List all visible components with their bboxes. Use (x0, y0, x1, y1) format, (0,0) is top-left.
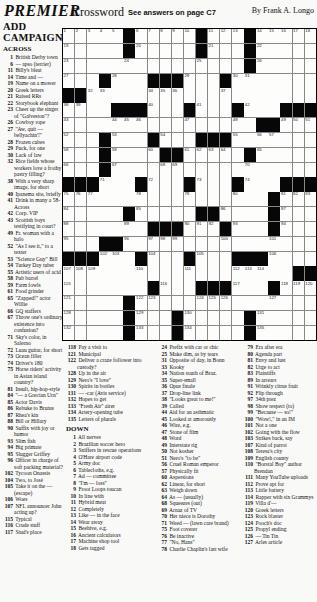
grid-cell-r5c9[interactable]: 35 (160, 88, 171, 102)
grid-cell-r9c21[interactable] (305, 148, 316, 162)
grid-cell-r14c11[interactable]: 90 (184, 222, 195, 236)
grid-cell-r1c21[interactable]: 18 (305, 29, 316, 43)
grid-cell-r15c18[interactable]: 101 (268, 237, 279, 251)
grid-cell-r6c18[interactable] (268, 103, 279, 117)
grid-cell-r20c7[interactable]: 129 (135, 311, 146, 325)
grid-cell-r7c4[interactable] (99, 118, 110, 132)
grid-cell-r15c17[interactable] (256, 237, 267, 251)
grid-cell-r14c17[interactable] (256, 222, 267, 236)
grid-cell-r19c3[interactable] (87, 296, 98, 310)
grid-cell-r3c9[interactable] (160, 59, 171, 73)
grid-cell-r7c21[interactable]: 51 (305, 118, 316, 132)
grid-cell-r12c12[interactable] (196, 192, 207, 206)
grid-cell-r15c19[interactable] (280, 237, 291, 251)
grid-cell-r19c15[interactable] (232, 296, 243, 310)
grid-cell-r12c11[interactable]: 79 (184, 192, 195, 206)
grid-cell-r7c14[interactable] (220, 118, 231, 132)
grid-cell-r17c8[interactable] (148, 266, 159, 280)
grid-cell-r2c1[interactable]: 19 (63, 44, 74, 58)
grid-cell-r14c12[interactable]: 91 (196, 222, 207, 236)
grid-cell-r21c9[interactable] (160, 326, 171, 340)
grid-cell-r20c21[interactable] (305, 311, 316, 325)
grid-cell-r10c12[interactable] (196, 163, 207, 177)
grid-cell-r20c12[interactable] (196, 311, 207, 325)
grid-cell-r3c15[interactable] (232, 59, 243, 73)
grid-cell-r9c6[interactable] (123, 148, 134, 162)
grid-cell-r12c10[interactable] (172, 192, 183, 206)
grid-cell-r2c4[interactable] (99, 44, 110, 58)
grid-cell-r15c15[interactable] (232, 237, 243, 251)
grid-cell-r2c21[interactable] (305, 44, 316, 58)
grid-cell-r4c1[interactable]: 27 (63, 74, 74, 88)
grid-cell-r14c19[interactable]: 94 (280, 222, 291, 236)
grid-cell-r10c9[interactable]: 68 (160, 163, 171, 177)
grid-cell-r20c17[interactable]: 131 (256, 311, 267, 325)
grid-cell-r10c20[interactable] (293, 163, 304, 177)
grid-cell-r13c5[interactable] (111, 207, 122, 221)
grid-cell-r21c12[interactable] (196, 326, 207, 340)
grid-cell-r18c21[interactable]: 120 (305, 281, 316, 295)
grid-cell-r10c8[interactable] (148, 163, 159, 177)
grid-cell-r21c19[interactable] (280, 326, 291, 340)
grid-cell-r7c19[interactable]: 49 (280, 118, 291, 132)
grid-cell-r21c17[interactable]: 135 (256, 326, 267, 340)
grid-cell-r9c1[interactable]: 58 (63, 148, 74, 162)
grid-cell-r12c3[interactable]: 77 (87, 192, 98, 206)
grid-cell-r19c1[interactable]: 121 (63, 296, 74, 310)
grid-cell-r21c11[interactable]: 134 (184, 326, 195, 340)
grid-cell-r13c11[interactable] (184, 207, 195, 221)
grid-cell-r13c14[interactable]: 86 (220, 207, 231, 221)
grid-cell-r10c7[interactable] (135, 163, 146, 177)
grid-cell-r1c8[interactable]: 7 (148, 29, 159, 43)
grid-cell-r12c17[interactable] (256, 192, 267, 206)
grid-cell-r20c19[interactable] (280, 311, 291, 325)
grid-cell-r20c9[interactable] (160, 311, 171, 325)
grid-cell-r4c13[interactable] (208, 74, 219, 88)
grid-cell-r8c11[interactable] (184, 133, 195, 147)
grid-cell-r17c17[interactable]: 114 (256, 266, 267, 280)
grid-cell-r18c4[interactable] (99, 281, 110, 295)
grid-cell-r17c5[interactable] (111, 266, 122, 280)
grid-cell-r17c16[interactable]: 113 (244, 266, 255, 280)
grid-cell-r4c6[interactable] (123, 74, 134, 88)
grid-cell-r8c20[interactable] (293, 133, 304, 147)
grid-cell-r6c10[interactable] (172, 103, 183, 117)
grid-cell-r13c8[interactable] (148, 207, 159, 221)
grid-cell-r17c18[interactable] (268, 266, 279, 280)
grid-cell-r11c16[interactable]: 74 (244, 177, 255, 191)
grid-cell-r7c9[interactable] (160, 118, 171, 132)
grid-cell-r14c7[interactable] (135, 222, 146, 236)
grid-cell-r13c2[interactable] (75, 207, 86, 221)
grid-cell-r16c6[interactable] (123, 252, 134, 266)
grid-cell-r11c14[interactable] (220, 177, 231, 191)
grid-cell-r3c19[interactable] (280, 59, 291, 73)
grid-cell-r4c3[interactable] (87, 74, 98, 88)
grid-cell-r9c2[interactable] (75, 148, 86, 162)
grid-cell-r13c10[interactable] (172, 207, 183, 221)
grid-cell-r19c4[interactable] (99, 296, 110, 310)
grid-cell-r17c6[interactable] (123, 266, 134, 280)
grid-cell-r2c7[interactable]: 20 (135, 44, 146, 58)
grid-cell-r2c20[interactable] (293, 44, 304, 58)
grid-cell-r18c16[interactable] (244, 281, 255, 295)
grid-cell-r9c5[interactable]: 59 (111, 148, 122, 162)
grid-cell-r11c6[interactable] (123, 177, 134, 191)
grid-cell-r13c9[interactable] (160, 207, 171, 221)
grid-cell-r4c5[interactable]: 28 (111, 74, 122, 88)
grid-cell-r4c21[interactable] (305, 74, 316, 88)
grid-cell-r10c16[interactable]: 70 (244, 163, 255, 177)
grid-cell-r4c12[interactable] (196, 74, 207, 88)
grid-cell-r17c7[interactable]: 110 (135, 266, 146, 280)
grid-cell-r10c10[interactable]: 69 (172, 163, 183, 177)
grid-cell-r5c16[interactable] (244, 88, 255, 102)
grid-cell-r7c5[interactable]: 44 (111, 118, 122, 132)
grid-cell-r21c14[interactable] (220, 326, 231, 340)
grid-cell-r17c12[interactable] (196, 266, 207, 280)
grid-cell-r9c20[interactable] (293, 148, 304, 162)
grid-cell-r13c19[interactable]: 87 (280, 207, 291, 221)
grid-cell-r20c18[interactable] (268, 311, 279, 325)
grid-cell-r20c8[interactable] (148, 311, 159, 325)
grid-cell-r10c13[interactable] (208, 163, 219, 177)
grid-cell-r5c10[interactable]: 36 (172, 88, 183, 102)
grid-cell-r6c8[interactable]: 40 (148, 103, 159, 117)
grid-cell-r3c17[interactable]: 26 (256, 59, 267, 73)
grid-cell-r1c18[interactable]: 15 (268, 29, 279, 43)
grid-cell-r19c8[interactable]: 123 (148, 296, 159, 310)
grid-cell-r20c2[interactable] (75, 311, 86, 325)
grid-cell-r5c8[interactable]: 34 (148, 88, 159, 102)
grid-cell-r9c8[interactable]: 60 (148, 148, 159, 162)
grid-cell-r7c3[interactable] (87, 118, 98, 132)
grid-cell-r8c18[interactable]: 57 (268, 133, 279, 147)
grid-cell-r1c5[interactable]: 5 (111, 29, 122, 43)
grid-cell-r6c13[interactable] (208, 103, 219, 117)
grid-cell-r7c6[interactable]: 45 (123, 118, 134, 132)
grid-cell-r8c10[interactable] (172, 133, 183, 147)
grid-cell-r4c17[interactable] (256, 74, 267, 88)
grid-cell-r8c16[interactable] (244, 133, 255, 147)
grid-cell-r21c15[interactable] (232, 326, 243, 340)
grid-cell-r10c21[interactable] (305, 163, 316, 177)
grid-cell-r6c3[interactable] (87, 103, 98, 117)
grid-cell-r18c6[interactable] (123, 281, 134, 295)
grid-cell-r15c11[interactable] (184, 237, 195, 251)
grid-cell-r15c10[interactable]: 99 (172, 237, 183, 251)
grid-cell-r21c13[interactable] (208, 326, 219, 340)
grid-cell-r16c10[interactable] (172, 252, 183, 266)
grid-cell-r7c8[interactable] (148, 118, 159, 132)
grid-cell-r17c9[interactable] (160, 266, 171, 280)
grid-cell-r5c7[interactable] (135, 88, 146, 102)
grid-cell-r19c18[interactable]: 127 (268, 296, 279, 310)
grid-cell-r21c8[interactable] (148, 326, 159, 340)
grid-cell-r2c9[interactable] (160, 44, 171, 58)
grid-cell-r11c9[interactable] (160, 177, 171, 191)
grid-cell-r6c4[interactable] (99, 103, 110, 117)
grid-cell-r14c4[interactable] (99, 222, 110, 236)
grid-cell-r19c13[interactable]: 125 (208, 296, 219, 310)
grid-cell-r10c19[interactable] (280, 163, 291, 177)
grid-cell-r5c15[interactable] (232, 88, 243, 102)
grid-cell-r12c7[interactable]: 78 (135, 192, 146, 206)
grid-cell-r3c18[interactable] (268, 59, 279, 73)
grid-cell-r8c6[interactable] (123, 133, 134, 147)
grid-cell-r14c6[interactable]: 89 (123, 222, 134, 236)
grid-cell-r2c8[interactable] (148, 44, 159, 58)
grid-cell-r19c19[interactable] (280, 296, 291, 310)
grid-cell-r18c20[interactable]: 119 (293, 281, 304, 295)
grid-cell-r7c7[interactable]: 46 (135, 118, 146, 132)
grid-cell-r2c14[interactable] (220, 44, 231, 58)
grid-cell-r5c12[interactable] (196, 88, 207, 102)
grid-cell-r3c14[interactable] (220, 59, 231, 73)
grid-cell-r19c11[interactable] (184, 296, 195, 310)
grid-cell-r3c4[interactable] (99, 59, 110, 73)
grid-cell-r20c13[interactable] (208, 311, 219, 325)
grid-cell-r3c8[interactable] (148, 59, 159, 73)
grid-cell-r16c14[interactable] (220, 252, 231, 266)
grid-cell-r10c3[interactable] (87, 163, 98, 177)
grid-cell-r18c5[interactable] (111, 281, 122, 295)
grid-cell-r8c21[interactable] (305, 133, 316, 147)
grid-cell-r17c3[interactable]: 109 (87, 266, 98, 280)
grid-cell-r12c2[interactable]: 76 (75, 192, 86, 206)
grid-cell-r5c13[interactable] (208, 88, 219, 102)
grid-cell-r7c11[interactable]: 47 (184, 118, 195, 132)
grid-cell-r20c14[interactable] (220, 311, 231, 325)
grid-cell-r19c2[interactable] (75, 296, 86, 310)
grid-cell-r18c11[interactable] (184, 281, 195, 295)
grid-cell-r10c11[interactable] (184, 163, 195, 177)
grid-cell-r19c9[interactable] (160, 296, 171, 310)
grid-cell-r15c12[interactable] (196, 237, 207, 251)
grid-cell-r17c13[interactable] (208, 266, 219, 280)
grid-cell-r8c7[interactable] (135, 133, 146, 147)
grid-cell-r1c7[interactable]: 6 (135, 29, 146, 43)
grid-cell-r1c13[interactable]: 11 (208, 29, 219, 43)
grid-cell-r14c5[interactable] (111, 222, 122, 236)
grid-cell-r5c17[interactable] (256, 88, 267, 102)
grid-cell-r21c1[interactable]: 132 (63, 326, 74, 340)
grid-cell-r1c11[interactable]: 10 (184, 29, 195, 43)
grid-cell-r15c21[interactable] (305, 237, 316, 251)
grid-cell-r18c10[interactable] (172, 281, 183, 295)
grid-cell-r21c5[interactable] (111, 326, 122, 340)
grid-cell-r9c14[interactable]: 64 (220, 148, 231, 162)
grid-cell-r9c12[interactable]: 62 (196, 148, 207, 162)
grid-cell-r1c17[interactable]: 14 (256, 29, 267, 43)
grid-cell-r15c6[interactable]: 96 (123, 237, 134, 251)
grid-cell-r19c12[interactable]: 124 (196, 296, 207, 310)
grid-cell-r19c17[interactable] (256, 296, 267, 310)
grid-cell-r8c9[interactable]: 54 (160, 133, 171, 147)
grid-cell-r3c1[interactable]: 23 (63, 59, 74, 73)
grid-cell-r5c20[interactable] (293, 88, 304, 102)
grid-cell-r20c20[interactable] (293, 311, 304, 325)
grid-cell-r3c5[interactable] (111, 59, 122, 73)
grid-cell-r20c5[interactable] (111, 311, 122, 325)
grid-cell-r21c2[interactable] (75, 326, 86, 340)
grid-cell-r2c13[interactable]: 21 (208, 44, 219, 58)
grid-cell-r1c19[interactable]: 16 (280, 29, 291, 43)
grid-cell-r8c15[interactable]: 55 (232, 133, 243, 147)
grid-cell-r6c2[interactable]: 39 (75, 103, 86, 117)
grid-cell-r8c19[interactable] (280, 133, 291, 147)
grid-cell-r9c3[interactable] (87, 148, 98, 162)
grid-cell-r10c14[interactable] (220, 163, 231, 177)
grid-cell-r14c13[interactable]: 92 (208, 222, 219, 236)
grid-cell-r3c13[interactable] (208, 59, 219, 73)
grid-cell-r12c4[interactable] (99, 192, 110, 206)
grid-cell-r10c1[interactable]: 66 (63, 163, 74, 177)
grid-cell-r12c19[interactable]: 81 (280, 192, 291, 206)
grid-cell-r15c7[interactable] (135, 237, 146, 251)
grid-cell-r3c11[interactable] (184, 59, 195, 73)
grid-cell-r1c4[interactable]: 4 (99, 29, 110, 43)
grid-cell-r16c19[interactable] (280, 252, 291, 266)
grid-cell-r14c16[interactable] (244, 222, 255, 236)
grid-cell-r14c20[interactable] (293, 222, 304, 236)
grid-cell-r11c17[interactable] (256, 177, 267, 191)
grid-cell-r21c21[interactable] (305, 326, 316, 340)
grid-cell-r1c3[interactable]: 3 (87, 29, 98, 43)
grid-cell-r18c15[interactable]: 117 (232, 281, 243, 295)
grid-cell-r18c7[interactable] (135, 281, 146, 295)
grid-cell-r4c7[interactable] (135, 74, 146, 88)
grid-cell-r16c20[interactable] (293, 252, 304, 266)
grid-cell-r6c14[interactable] (220, 103, 231, 117)
grid-cell-r21c4[interactable] (99, 326, 110, 340)
grid-cell-r5c6[interactable] (123, 88, 134, 102)
grid-cell-r15c20[interactable] (293, 237, 304, 251)
grid-cell-r11c5[interactable] (111, 177, 122, 191)
grid-cell-r14c2[interactable] (75, 222, 86, 236)
grid-cell-r5c18[interactable] (268, 88, 279, 102)
grid-cell-r12c15[interactable]: 80 (232, 192, 243, 206)
grid-cell-r2c5[interactable] (111, 44, 122, 58)
grid-cell-r4c2[interactable] (75, 74, 86, 88)
grid-cell-r6c1[interactable]: 38 (63, 103, 74, 117)
grid-cell-r8c3[interactable] (87, 133, 98, 147)
grid-cell-r9c18[interactable] (268, 148, 279, 162)
grid-cell-r12c16[interactable] (244, 192, 255, 206)
grid-cell-r16c4[interactable]: 102 (99, 252, 110, 266)
grid-cell-r4c11[interactable]: 29 (184, 74, 195, 88)
grid-cell-r13c17[interactable] (256, 207, 267, 221)
grid-cell-r13c15[interactable] (232, 207, 243, 221)
grid-cell-r12c9[interactable] (160, 192, 171, 206)
grid-cell-r16c8[interactable]: 104 (148, 252, 159, 266)
grid-cell-r12c8[interactable] (148, 192, 159, 206)
grid-cell-r7c16[interactable] (244, 118, 255, 132)
grid-cell-r18c19[interactable]: 118 (280, 281, 291, 295)
grid-cell-r15c8[interactable]: 97 (148, 237, 159, 251)
grid-cell-r17c1[interactable]: 107 (63, 266, 74, 280)
grid-cell-r12c21[interactable]: 83 (305, 192, 316, 206)
grid-cell-r10c2[interactable] (75, 163, 86, 177)
grid-cell-r12c5[interactable] (111, 192, 122, 206)
grid-cell-r13c3[interactable] (87, 207, 98, 221)
grid-cell-r15c3[interactable] (87, 237, 98, 251)
grid-cell-r21c18[interactable] (268, 326, 279, 340)
grid-cell-r16c9[interactable] (160, 252, 171, 266)
grid-cell-r6c16[interactable]: 42 (244, 103, 255, 117)
grid-cell-r18c1[interactable]: 115 (63, 281, 74, 295)
grid-cell-r7c10[interactable] (172, 118, 183, 132)
grid-cell-r7c15[interactable]: 48 (232, 118, 243, 132)
grid-cell-r10c17[interactable] (256, 163, 267, 177)
grid-cell-r6c17[interactable] (256, 103, 267, 117)
grid-cell-r14c15[interactable]: 93 (232, 222, 243, 236)
grid-cell-r3c12[interactable]: 25 (196, 59, 207, 73)
grid-cell-r19c10[interactable] (172, 296, 183, 310)
grid-cell-r16c5[interactable]: 103 (111, 252, 122, 266)
grid-cell-r15c1[interactable]: 95 (63, 237, 74, 251)
grid-cell-r21c7[interactable]: 133 (135, 326, 146, 340)
grid-cell-r2c10[interactable] (172, 44, 183, 58)
grid-cell-r20c4[interactable] (99, 311, 110, 325)
grid-cell-r18c17[interactable] (256, 281, 267, 295)
grid-cell-r9c19[interactable] (280, 148, 291, 162)
grid-cell-r11c12[interactable]: 73 (196, 177, 207, 191)
grid-cell-r3c6[interactable]: 24 (123, 59, 134, 73)
grid-cell-r19c14[interactable]: 126 (220, 296, 231, 310)
grid-cell-r19c5[interactable] (111, 296, 122, 310)
grid-cell-r7c13[interactable] (208, 118, 219, 132)
grid-cell-r18c3[interactable] (87, 281, 98, 295)
grid-cell-r5c5[interactable] (111, 88, 122, 102)
grid-cell-r15c2[interactable] (75, 237, 86, 251)
grid-cell-r20c1[interactable]: 128 (63, 311, 74, 325)
grid-cell-r15c14[interactable]: 100 (220, 237, 231, 251)
grid-cell-r5c4[interactable]: 33 (99, 88, 110, 102)
grid-cell-r5c11[interactable] (184, 88, 195, 102)
grid-cell-r17c2[interactable]: 108 (75, 266, 86, 280)
grid-cell-r17c14[interactable] (220, 266, 231, 280)
grid-cell-r16c13[interactable] (208, 252, 219, 266)
grid-cell-r13c7[interactable]: 85 (135, 207, 146, 221)
grid-cell-r4c16[interactable]: 31 (244, 74, 255, 88)
grid-cell-r6c12[interactable]: 41 (196, 103, 207, 117)
grid-cell-r1c1[interactable]: 1 (63, 29, 74, 43)
grid-cell-r1c20[interactable]: 17 (293, 29, 304, 43)
grid-cell-r2c11[interactable] (184, 44, 195, 58)
grid-cell-r9c7[interactable] (135, 148, 146, 162)
grid-cell-r1c2[interactable]: 2 (75, 29, 86, 43)
grid-cell-r11c13[interactable] (208, 177, 219, 191)
grid-cell-r7c12[interactable] (196, 118, 207, 132)
grid-cell-r17c15[interactable]: 112 (232, 266, 243, 280)
grid-cell-r7c2[interactable] (75, 118, 86, 132)
grid-cell-r12c1[interactable]: 75 (63, 192, 74, 206)
grid-cell-r14c3[interactable] (87, 222, 98, 236)
grid-cell-r8c17[interactable]: 56 (256, 133, 267, 147)
grid-cell-r21c20[interactable] (293, 326, 304, 340)
grid-cell-r20c3[interactable] (87, 311, 98, 325)
grid-cell-r19c20[interactable] (293, 296, 304, 310)
grid-cell-r16c21[interactable] (305, 252, 316, 266)
grid-cell-r16c12[interactable]: 105 (196, 252, 207, 266)
grid-cell-r19c21[interactable] (305, 296, 316, 310)
grid-cell-r13c16[interactable] (244, 207, 255, 221)
grid-cell-r17c19[interactable] (280, 266, 291, 280)
grid-cell-r4c15[interactable]: 30 (232, 74, 243, 88)
grid-cell-r8c2[interactable] (75, 133, 86, 147)
